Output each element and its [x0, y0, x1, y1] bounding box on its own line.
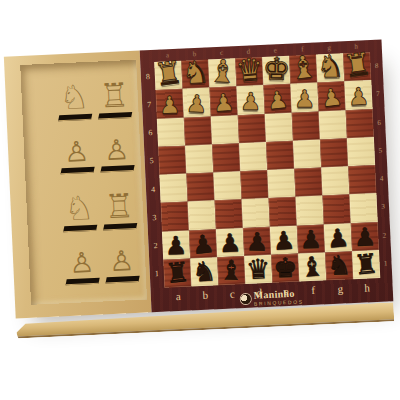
- piece-dark-pawn-h2[interactable]: ♟: [351, 225, 379, 249]
- piece-light-bishop-f8[interactable]: ♝: [288, 52, 318, 84]
- piece-dark-pawn-e2[interactable]: ♟: [270, 228, 298, 253]
- rank-label-left-5: 5: [144, 147, 159, 176]
- square-e1[interactable]: ♚: [271, 253, 299, 282]
- piece-light-bishop-c8[interactable]: ♝: [208, 56, 236, 87]
- square-f6[interactable]: [292, 111, 320, 140]
- piece-light-pawn-g7[interactable]: ♟: [317, 85, 347, 111]
- square-h3[interactable]: [349, 193, 377, 222]
- square-a5[interactable]: [158, 145, 186, 174]
- piece-dark-pawn-f2[interactable]: ♟: [297, 228, 324, 252]
- square-b2[interactable]: ♟: [189, 229, 217, 258]
- square-h7[interactable]: ♟: [344, 80, 372, 109]
- storage-tray: ♘♖♙♙♘♖♙♙: [4, 51, 152, 319]
- square-c5[interactable]: [212, 143, 240, 172]
- square-d6[interactable]: [238, 113, 266, 142]
- piece-dark-rook-h1[interactable]: ♜: [351, 251, 380, 279]
- square-d4[interactable]: [240, 170, 268, 199]
- rank-label-left-7: 7: [142, 90, 157, 119]
- tray-row-1: ♘♖: [57, 78, 132, 121]
- tray-floor: ♘♖♙♙♘♖♙♙: [20, 60, 147, 305]
- square-c4[interactable]: [213, 171, 241, 200]
- square-d5[interactable]: [239, 142, 267, 171]
- square-a7[interactable]: ♟: [156, 89, 184, 118]
- rank-label-right-7: 7: [371, 80, 384, 109]
- rank-label-left-2: 2: [148, 231, 163, 260]
- square-a8[interactable]: ♜: [154, 61, 182, 90]
- piece-dark-pawn-c2[interactable]: ♟: [216, 231, 244, 256]
- rank-label-right-3: 3: [376, 193, 389, 222]
- square-h4[interactable]: [348, 165, 376, 194]
- square-g4[interactable]: [321, 166, 349, 195]
- rank-label-right-2: 2: [378, 221, 391, 250]
- piece-dark-pawn-d2[interactable]: ♟: [243, 230, 270, 254]
- piece-dark-bishop-f1[interactable]: ♝: [298, 253, 327, 281]
- square-e6[interactable]: [265, 112, 293, 141]
- square-b8[interactable]: ♞: [181, 59, 209, 88]
- square-a2[interactable]: ♟: [162, 230, 190, 259]
- square-f4[interactable]: [294, 167, 322, 196]
- square-e2[interactable]: ♟: [270, 225, 298, 254]
- square-b1[interactable]: ♞: [190, 257, 218, 286]
- knight-outline-icon: ♘: [64, 191, 95, 225]
- piece-light-king-e8[interactable]: ♚: [262, 54, 290, 84]
- tray-knight-silhouette: ♘: [57, 80, 92, 121]
- rook-outline-icon: ♖: [99, 78, 130, 112]
- square-c2[interactable]: ♟: [216, 228, 244, 257]
- piece-dark-pawn-a2[interactable]: ♟: [162, 234, 190, 258]
- piece-dark-queen-d1[interactable]: ♛: [244, 256, 273, 283]
- rank-label-left-6: 6: [143, 118, 158, 147]
- piece-dark-knight-g1[interactable]: ♞: [325, 253, 353, 279]
- piece-dark-pawn-b2[interactable]: ♟: [188, 232, 217, 258]
- square-a3[interactable]: [161, 202, 189, 231]
- square-h6[interactable]: [346, 109, 374, 138]
- piece-stand-slot: [63, 225, 97, 233]
- square-b5[interactable]: [185, 144, 213, 173]
- square-d3[interactable]: [242, 198, 270, 227]
- piece-stand-slot: [66, 278, 100, 286]
- piece-light-knight-b8[interactable]: ♞: [181, 57, 209, 88]
- square-g8[interactable]: ♞: [316, 53, 344, 82]
- piece-light-pawn-f7[interactable]: ♟: [291, 88, 318, 111]
- piece-dark-knight-b1[interactable]: ♞: [190, 259, 218, 286]
- pawn-outline-icon: ♙: [69, 249, 95, 278]
- square-b3[interactable]: [188, 201, 216, 230]
- piece-light-rook-h8[interactable]: ♜: [342, 49, 373, 82]
- tray-pawn-silhouette: ♙: [60, 138, 95, 174]
- square-f8[interactable]: ♝: [289, 55, 317, 84]
- square-a1[interactable]: ♜: [163, 258, 191, 287]
- rook-outline-icon: ♖: [104, 189, 135, 223]
- pawn-outline-icon: ♙: [104, 136, 130, 165]
- tray-knight-silhouette: ♘: [62, 191, 97, 232]
- board-border-corner: [380, 277, 393, 302]
- square-g5[interactable]: [320, 138, 348, 167]
- piece-light-pawn-e7[interactable]: ♟: [263, 88, 292, 114]
- piece-light-pawn-h7[interactable]: ♟: [345, 85, 373, 109]
- square-f5[interactable]: [293, 139, 321, 168]
- knight-outline-icon: ♘: [59, 80, 90, 114]
- rank-label-right-6: 6: [373, 108, 386, 137]
- piece-light-pawn-b7[interactable]: ♟: [183, 92, 211, 116]
- piece-light-rook-a8[interactable]: ♜: [153, 57, 184, 90]
- piece-light-pawn-d7[interactable]: ♟: [237, 90, 264, 113]
- square-d7[interactable]: ♟: [236, 85, 264, 114]
- square-a4[interactable]: [159, 174, 187, 203]
- file-label-bottom-b: b: [191, 285, 219, 310]
- board-border-corner: [369, 40, 382, 53]
- square-f2[interactable]: ♟: [297, 224, 325, 253]
- tray-rook-silhouette: ♖: [102, 189, 137, 230]
- square-c7[interactable]: ♟: [209, 86, 237, 115]
- tray-row-2: ♙♙: [60, 136, 135, 174]
- piece-stand-slot: [98, 112, 132, 120]
- square-a6[interactable]: [157, 117, 185, 146]
- square-c3[interactable]: [215, 199, 243, 228]
- square-c6[interactable]: [211, 115, 239, 144]
- square-c8[interactable]: ♝: [208, 58, 236, 87]
- square-d2[interactable]: ♟: [243, 226, 271, 255]
- file-label-bottom-h: h: [353, 278, 381, 303]
- piece-stand-slot: [60, 167, 94, 175]
- rank-label-right-1: 1: [379, 249, 392, 278]
- board-border-corner: [151, 288, 166, 313]
- piece-light-pawn-c7[interactable]: ♟: [209, 91, 238, 116]
- square-c1[interactable]: ♝: [217, 256, 245, 285]
- rank-label-right-4: 4: [375, 164, 388, 193]
- square-b7[interactable]: ♟: [182, 88, 210, 117]
- tray-row-3: ♘♖: [62, 189, 137, 232]
- tray-pawn-silhouette: ♙: [105, 247, 140, 283]
- tray-row-4: ♙♙: [65, 247, 140, 285]
- piece-stand-slot: [103, 223, 137, 231]
- pawn-outline-icon: ♙: [109, 247, 135, 276]
- square-g7[interactable]: ♟: [317, 82, 345, 111]
- square-f1[interactable]: ♝: [298, 252, 326, 281]
- square-g3[interactable]: [322, 194, 350, 223]
- square-e8[interactable]: ♚: [262, 56, 290, 85]
- piece-dark-pawn-g2[interactable]: ♟: [324, 226, 353, 252]
- chess-set-photo: ♘♖♙♙♘♖♙♙ abcdefgh8♜♞♝♛♚♝♞♜87♟♟♟♟♟♟♟♟7665…: [4, 40, 396, 337]
- tray-rook-silhouette: ♖: [97, 78, 132, 119]
- rank-label-left-4: 4: [145, 175, 160, 204]
- square-g2[interactable]: ♟: [324, 223, 352, 252]
- piece-dark-bishop-c1[interactable]: ♝: [218, 258, 245, 284]
- square-h2[interactable]: ♟: [351, 221, 379, 250]
- square-h1[interactable]: ♜: [352, 250, 380, 279]
- piece-dark-king-e1[interactable]: ♚: [272, 255, 299, 281]
- file-label-bottom-a: a: [164, 286, 192, 311]
- piece-light-queen-d8[interactable]: ♛: [235, 54, 264, 85]
- rank-label-right-8: 8: [370, 52, 383, 81]
- rank-label-left-3: 3: [147, 203, 162, 232]
- square-d1[interactable]: ♛: [244, 255, 272, 284]
- square-e4[interactable]: [267, 169, 295, 198]
- piece-stand-slot: [58, 114, 92, 122]
- square-g6[interactable]: [319, 110, 347, 139]
- square-e3[interactable]: [269, 197, 297, 226]
- square-d8[interactable]: ♛: [235, 57, 263, 86]
- file-label-bottom-g: g: [326, 279, 354, 304]
- square-h8[interactable]: ♜: [343, 52, 371, 81]
- square-g1[interactable]: ♞: [325, 251, 353, 280]
- square-b6[interactable]: [184, 116, 212, 145]
- brand-logo: Maninho BRINQUEDOS: [240, 288, 303, 307]
- tray-pawn-silhouette: ♙: [100, 136, 135, 172]
- chess-board: abcdefgh8♜♞♝♛♚♝♞♜87♟♟♟♟♟♟♟♟7665544332♟♟♟…: [140, 40, 394, 313]
- pawn-outline-icon: ♙: [64, 138, 90, 167]
- square-h5[interactable]: [347, 137, 375, 166]
- piece-dark-rook-a1[interactable]: ♜: [163, 259, 192, 287]
- square-b4[interactable]: [186, 172, 214, 201]
- piece-light-pawn-a7[interactable]: ♟: [156, 93, 184, 117]
- piece-light-knight-g8[interactable]: ♞: [316, 52, 343, 82]
- brand-logo-icon: [241, 294, 251, 304]
- square-f3[interactable]: [296, 196, 324, 225]
- piece-stand-slot: [100, 165, 134, 173]
- piece-stand-slot: [105, 276, 139, 284]
- tray-pawn-silhouette: ♙: [65, 249, 100, 285]
- rank-label-right-5: 5: [374, 136, 387, 165]
- square-e5[interactable]: [266, 140, 294, 169]
- square-e7[interactable]: ♟: [263, 84, 291, 113]
- chess-box: ♘♖♙♙♘♖♙♙ abcdefgh8♜♞♝♛♚♝♞♜87♟♟♟♟♟♟♟♟7665…: [4, 40, 393, 319]
- square-f7[interactable]: ♟: [290, 83, 318, 112]
